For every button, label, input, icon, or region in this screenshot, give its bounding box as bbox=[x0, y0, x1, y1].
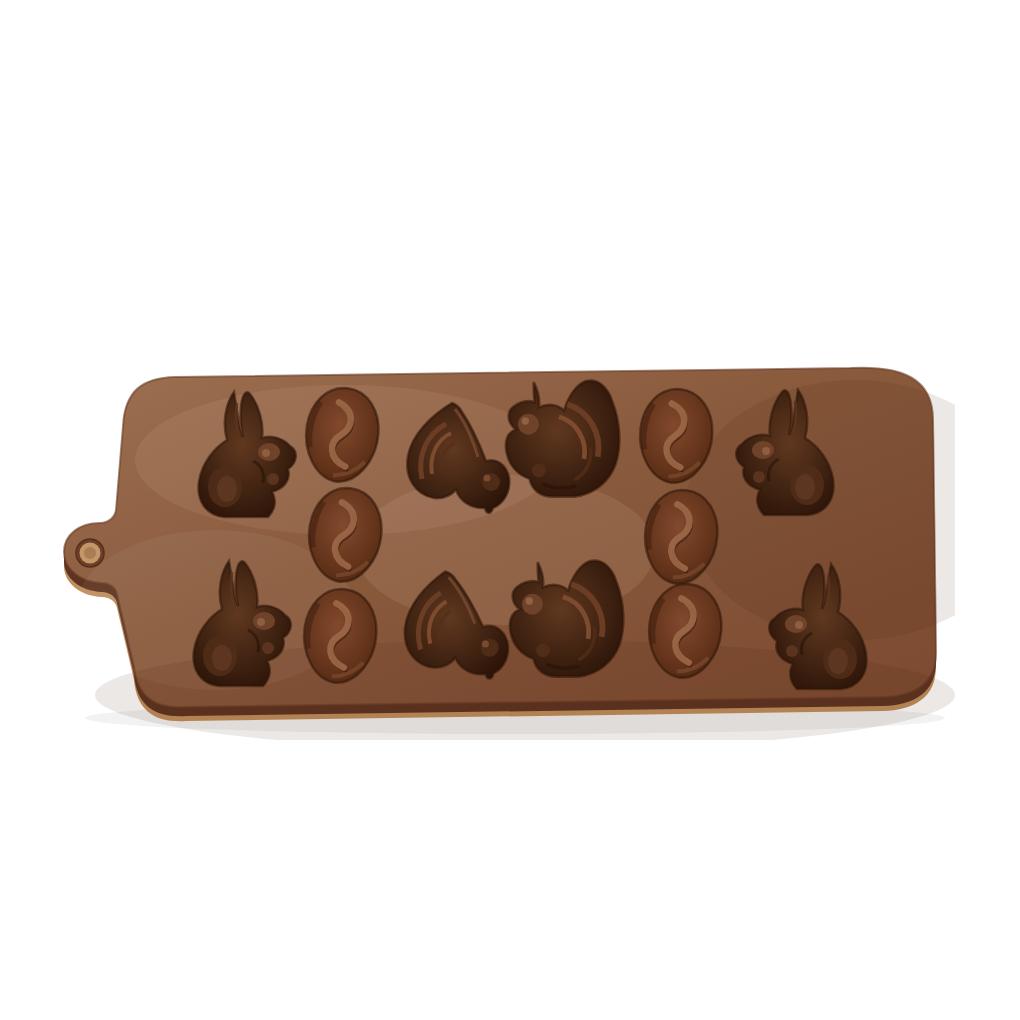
chocolate-mold bbox=[55, 360, 955, 740]
product-photo bbox=[0, 0, 1020, 1020]
hang-tab-hole bbox=[76, 539, 104, 567]
mold-svg bbox=[55, 360, 955, 740]
